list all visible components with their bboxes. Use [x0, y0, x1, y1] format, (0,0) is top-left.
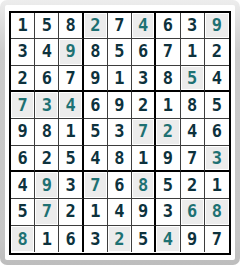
board-panel: 1582746393498567122679138547346921859815… [5, 5, 235, 260]
cell-r5c7[interactable]: 2 [156, 119, 180, 146]
cell-r3c8[interactable]: 5 [181, 66, 205, 93]
cell-r7c8[interactable]: 2 [181, 172, 205, 199]
cell-r6c4[interactable]: 4 [84, 146, 108, 173]
cell-r8c4[interactable]: 1 [84, 199, 108, 226]
cell-r3c2[interactable]: 6 [35, 66, 59, 93]
cell-r1c2[interactable]: 5 [35, 13, 59, 40]
cell-r1c6[interactable]: 4 [132, 13, 156, 40]
cell-r6c7[interactable]: 9 [156, 146, 180, 173]
cell-r2c1[interactable]: 3 [11, 39, 35, 66]
cell-r3c7[interactable]: 8 [156, 66, 180, 93]
cell-r1c8[interactable]: 3 [181, 13, 205, 40]
cell-r7c7[interactable]: 5 [156, 172, 180, 199]
cell-r7c4[interactable]: 7 [84, 172, 108, 199]
cell-r5c6[interactable]: 7 [132, 119, 156, 146]
cell-r1c7[interactable]: 6 [156, 13, 180, 40]
cell-r6c1[interactable]: 6 [11, 146, 35, 173]
cell-r4c2[interactable]: 3 [35, 92, 59, 119]
cell-r8c7[interactable]: 3 [156, 199, 180, 226]
cell-r4c6[interactable]: 2 [132, 92, 156, 119]
cell-r8c1[interactable]: 5 [11, 199, 35, 226]
cell-r8c9[interactable]: 8 [205, 199, 229, 226]
cell-r9c6[interactable]: 5 [132, 226, 156, 253]
cell-r1c3[interactable]: 8 [59, 13, 83, 40]
cell-r8c2[interactable]: 7 [35, 199, 59, 226]
cell-r9c2[interactable]: 1 [35, 226, 59, 253]
cell-r1c4[interactable]: 2 [84, 13, 108, 40]
cell-r4c8[interactable]: 8 [181, 92, 205, 119]
cell-r3c9[interactable]: 4 [205, 66, 229, 93]
cell-r2c7[interactable]: 7 [156, 39, 180, 66]
cell-r4c9[interactable]: 5 [205, 92, 229, 119]
cell-r2c6[interactable]: 6 [132, 39, 156, 66]
cell-r9c8[interactable]: 9 [181, 226, 205, 253]
cell-r8c8[interactable]: 6 [181, 199, 205, 226]
cell-r7c1[interactable]: 4 [11, 172, 35, 199]
cell-r5c4[interactable]: 5 [84, 119, 108, 146]
cell-r1c9[interactable]: 9 [205, 13, 229, 40]
cell-r1c1[interactable]: 1 [11, 13, 35, 40]
cell-r5c1[interactable]: 9 [11, 119, 35, 146]
cell-r4c5[interactable]: 9 [108, 92, 132, 119]
cell-r3c4[interactable]: 9 [84, 66, 108, 93]
cell-r1c5[interactable]: 7 [108, 13, 132, 40]
cell-r9c4[interactable]: 3 [84, 226, 108, 253]
cell-r6c3[interactable]: 5 [59, 146, 83, 173]
cell-r3c6[interactable]: 3 [132, 66, 156, 93]
cell-r8c3[interactable]: 2 [59, 199, 83, 226]
cell-r9c7[interactable]: 4 [156, 226, 180, 253]
sudoku-window: 1582746393498567122679138547346921859815… [0, 0, 240, 265]
cell-r5c3[interactable]: 1 [59, 119, 83, 146]
cell-r5c5[interactable]: 3 [108, 119, 132, 146]
cell-r9c9[interactable]: 7 [205, 226, 229, 253]
cell-r7c6[interactable]: 8 [132, 172, 156, 199]
cell-r9c5[interactable]: 2 [108, 226, 132, 253]
cell-r8c6[interactable]: 9 [132, 199, 156, 226]
cell-r6c9[interactable]: 3 [205, 146, 229, 173]
cell-r2c4[interactable]: 8 [84, 39, 108, 66]
sudoku-board: 1582746393498567122679138547346921859815… [9, 11, 231, 255]
cell-r2c5[interactable]: 5 [108, 39, 132, 66]
cell-r3c1[interactable]: 2 [11, 66, 35, 93]
cell-r5c9[interactable]: 6 [205, 119, 229, 146]
cell-r4c7[interactable]: 1 [156, 92, 180, 119]
cell-r2c2[interactable]: 4 [35, 39, 59, 66]
cell-r6c5[interactable]: 8 [108, 146, 132, 173]
cell-r5c8[interactable]: 4 [181, 119, 205, 146]
cell-r6c6[interactable]: 1 [132, 146, 156, 173]
cell-r6c2[interactable]: 2 [35, 146, 59, 173]
cell-r8c5[interactable]: 4 [108, 199, 132, 226]
cell-r4c3[interactable]: 4 [59, 92, 83, 119]
cell-r9c3[interactable]: 6 [59, 226, 83, 253]
cell-r2c8[interactable]: 1 [181, 39, 205, 66]
board-frame: 1582746393498567122679138547346921859815… [0, 0, 240, 265]
cell-r7c5[interactable]: 6 [108, 172, 132, 199]
cell-r6c8[interactable]: 7 [181, 146, 205, 173]
cell-r3c3[interactable]: 7 [59, 66, 83, 93]
cell-r2c3[interactable]: 9 [59, 39, 83, 66]
cell-r4c4[interactable]: 6 [84, 92, 108, 119]
cell-r4c1[interactable]: 7 [11, 92, 35, 119]
cell-r9c1[interactable]: 8 [11, 226, 35, 253]
cell-r2c9[interactable]: 2 [205, 39, 229, 66]
cell-r7c2[interactable]: 9 [35, 172, 59, 199]
cell-r3c5[interactable]: 1 [108, 66, 132, 93]
cell-r5c2[interactable]: 8 [35, 119, 59, 146]
cell-r7c9[interactable]: 1 [205, 172, 229, 199]
cell-r7c3[interactable]: 3 [59, 172, 83, 199]
